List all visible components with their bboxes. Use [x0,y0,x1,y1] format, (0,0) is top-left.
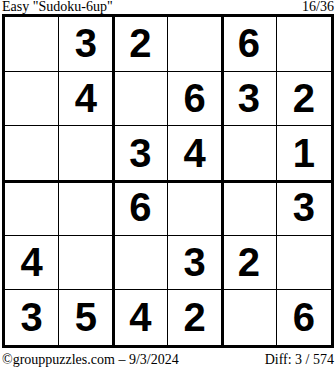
cell-r2c2-given-4[interactable]: 4 [59,72,113,127]
cell-r2c1-empty[interactable] [5,72,59,127]
cell-r6c6-given-6[interactable]: 6 [277,290,331,345]
cell-r6c1-given-3[interactable]: 3 [5,290,59,345]
page-header: Easy "Sudoku-6up" 16/36 [2,0,334,14]
cell-r4c6-given-3[interactable]: 3 [277,181,331,236]
cell-r4c5-empty[interactable] [222,181,276,236]
cell-r2c6-given-2[interactable]: 2 [277,72,331,127]
cell-r5c1-given-4[interactable]: 4 [5,236,59,291]
cell-r3c1-empty[interactable] [5,126,59,181]
cell-r2c4-given-6[interactable]: 6 [168,72,222,127]
cell-r3c5-empty[interactable] [222,126,276,181]
box-divider-horizontal [5,180,331,183]
cell-r3c2-empty[interactable] [59,126,113,181]
difficulty-text: Diff: 3 / 574 [265,352,334,368]
cell-r6c5-empty[interactable] [222,290,276,345]
cell-r5c3-empty[interactable] [114,236,168,291]
cell-r1c6-empty[interactable] [277,17,331,72]
cell-r3c4-given-4[interactable]: 4 [168,126,222,181]
cell-r5c2-empty[interactable] [59,236,113,291]
cell-r6c4-given-2[interactable]: 2 [168,290,222,345]
cell-r4c2-empty[interactable] [59,181,113,236]
cell-r1c5-given-6[interactable]: 6 [222,17,276,72]
cell-r5c5-given-2[interactable]: 2 [222,236,276,291]
puzzle-title: Easy "Sudoku-6up" [2,0,113,14]
cell-r1c2-given-3[interactable]: 3 [59,17,113,72]
cell-r2c3-empty[interactable] [114,72,168,127]
cell-r1c4-empty[interactable] [168,17,222,72]
cell-r1c3-given-2[interactable]: 2 [114,17,168,72]
cell-r6c3-given-4[interactable]: 4 [114,290,168,345]
cell-r2c5-given-3[interactable]: 3 [222,72,276,127]
cell-r3c3-given-3[interactable]: 3 [114,126,168,181]
page-footer: ©grouppuzzles.com – 9/3/2024 Diff: 3 / 5… [2,352,334,368]
cell-r5c6-empty[interactable] [277,236,331,291]
cell-r4c4-empty[interactable] [168,181,222,236]
cell-r4c1-empty[interactable] [5,181,59,236]
copyright-text: ©grouppuzzles.com – 9/3/2024 [2,352,179,368]
sudoku-grid: 32646323416343235426 [2,14,334,348]
cell-r5c4-given-3[interactable]: 3 [168,236,222,291]
cell-r3c6-given-1[interactable]: 1 [277,126,331,181]
cell-r4c3-given-6[interactable]: 6 [114,181,168,236]
cell-r1c1-empty[interactable] [5,17,59,72]
given-counter: 16/36 [302,0,334,14]
cell-r6c2-given-5[interactable]: 5 [59,290,113,345]
